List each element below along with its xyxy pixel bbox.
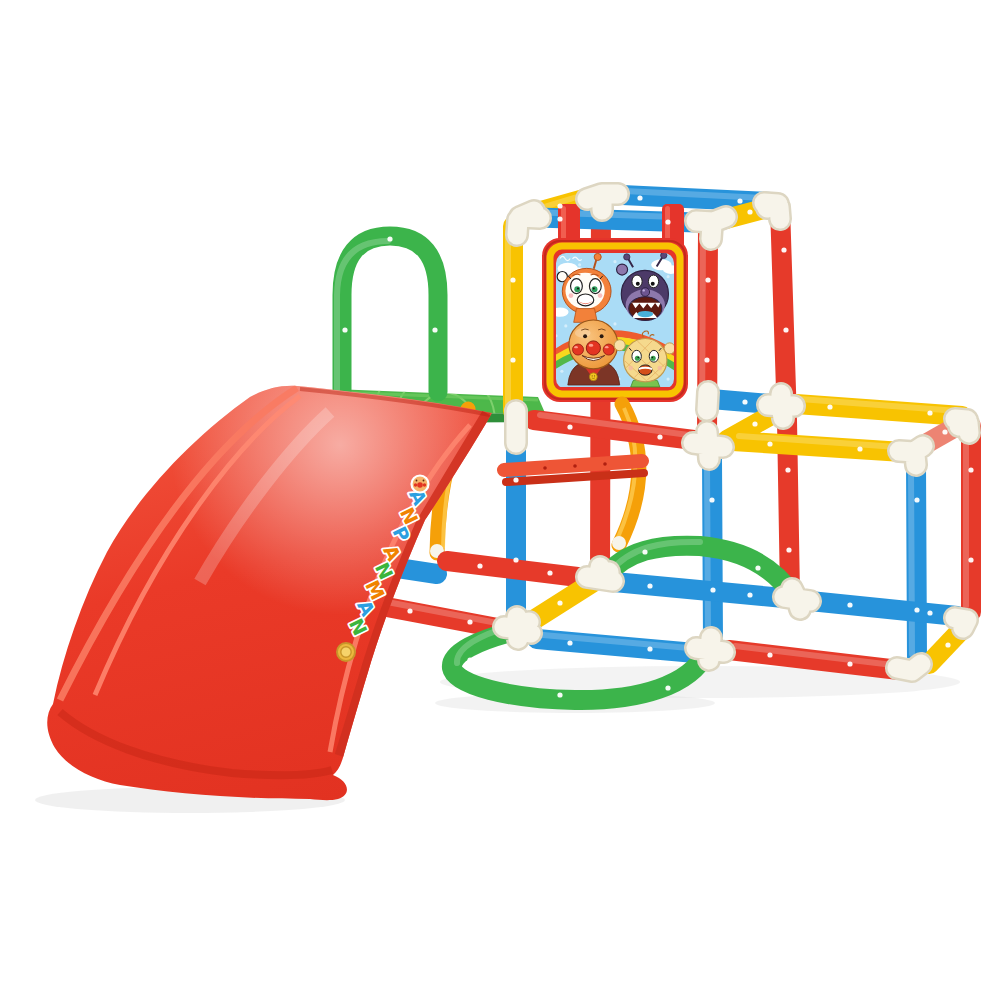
panel-artwork — [551, 252, 678, 392]
base-back-frame — [391, 561, 957, 621]
character-panel — [542, 238, 688, 402]
anpanman-face-sticker — [412, 476, 429, 493]
jungle-gym-illustration: A N P A N M A N — [0, 0, 1000, 1000]
handle-arch — [337, 236, 438, 396]
ladder-step — [504, 461, 642, 470]
red-slide: A N P A N M A N — [30, 380, 510, 810]
product-photo: A N P A N M A N — [0, 0, 1000, 1000]
anpanman — [568, 320, 620, 385]
gold-badge-sticker — [337, 643, 355, 661]
